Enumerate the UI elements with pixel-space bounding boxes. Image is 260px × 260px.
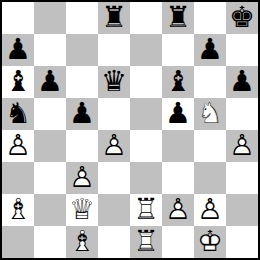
square-a5[interactable]: ♞	[2, 98, 34, 130]
square-c6[interactable]	[66, 66, 98, 98]
piece-white-pawn: ♟♙	[98, 130, 130, 162]
square-g6[interactable]	[194, 66, 226, 98]
square-e3[interactable]	[130, 162, 162, 194]
chess-board: ♜♜♚♟♟♝♟♛♝♟♞♟♟♞♘♟♙♟♙♟♙♟♙♝♗♛♕♜♖♟♙♟♙♝♗♜♖♚♔	[2, 2, 258, 258]
square-g7[interactable]: ♟	[194, 34, 226, 66]
piece-white-knight: ♞♘	[194, 98, 226, 130]
square-f2[interactable]: ♟♙	[162, 194, 194, 226]
piece-white-pawn: ♟♙	[2, 130, 34, 162]
square-h4[interactable]: ♟♙	[226, 130, 258, 162]
square-h6[interactable]: ♟	[226, 66, 258, 98]
piece-white-pawn: ♟♙	[162, 194, 194, 226]
square-e7[interactable]	[130, 34, 162, 66]
piece-white-pawn: ♟♙	[194, 194, 226, 226]
square-c2[interactable]: ♛♕	[66, 194, 98, 226]
square-h8[interactable]: ♚	[226, 2, 258, 34]
square-b1[interactable]	[34, 226, 66, 258]
square-h3[interactable]	[226, 162, 258, 194]
square-b8[interactable]	[34, 2, 66, 34]
black-knight-glyph: ♞	[2, 98, 34, 130]
square-a3[interactable]	[2, 162, 34, 194]
square-d1[interactable]	[98, 226, 130, 258]
square-b6[interactable]: ♟	[34, 66, 66, 98]
black-pawn-glyph: ♟	[226, 66, 258, 98]
square-b3[interactable]	[34, 162, 66, 194]
white-rook-outline: ♖	[130, 194, 162, 226]
piece-black-queen: ♛	[98, 66, 130, 98]
square-d8[interactable]: ♜	[98, 2, 130, 34]
black-pawn-glyph: ♟	[194, 34, 226, 66]
square-g3[interactable]	[194, 162, 226, 194]
square-a4[interactable]: ♟♙	[2, 130, 34, 162]
black-bishop-glyph: ♝	[2, 66, 34, 98]
black-pawn-glyph: ♟	[2, 34, 34, 66]
square-a1[interactable]	[2, 226, 34, 258]
square-h5[interactable]	[226, 98, 258, 130]
square-c1[interactable]: ♝♗	[66, 226, 98, 258]
piece-black-pawn: ♟	[162, 98, 194, 130]
white-pawn-outline: ♙	[2, 130, 34, 162]
square-e8[interactable]	[130, 2, 162, 34]
square-f3[interactable]	[162, 162, 194, 194]
square-b4[interactable]	[34, 130, 66, 162]
square-c7[interactable]	[66, 34, 98, 66]
square-a6[interactable]: ♝	[2, 66, 34, 98]
square-d4[interactable]: ♟♙	[98, 130, 130, 162]
square-d3[interactable]	[98, 162, 130, 194]
piece-white-bishop: ♝♗	[66, 226, 98, 258]
piece-black-pawn: ♟	[2, 34, 34, 66]
square-g4[interactable]	[194, 130, 226, 162]
square-c8[interactable]	[66, 2, 98, 34]
black-pawn-glyph: ♟	[162, 98, 194, 130]
piece-black-bishop: ♝	[2, 66, 34, 98]
piece-black-pawn: ♟	[226, 66, 258, 98]
piece-white-rook: ♜♖	[130, 194, 162, 226]
white-pawn-outline: ♙	[98, 130, 130, 162]
square-h1[interactable]	[226, 226, 258, 258]
piece-white-king: ♚♔	[194, 226, 226, 258]
piece-black-bishop: ♝	[162, 66, 194, 98]
piece-white-queen: ♛♕	[66, 194, 98, 226]
white-bishop-outline: ♗	[2, 194, 34, 226]
white-bishop-outline: ♗	[66, 226, 98, 258]
piece-white-pawn: ♟♙	[66, 162, 98, 194]
square-f1[interactable]	[162, 226, 194, 258]
black-pawn-glyph: ♟	[66, 98, 98, 130]
square-f4[interactable]	[162, 130, 194, 162]
square-b5[interactable]	[34, 98, 66, 130]
square-a2[interactable]: ♝♗	[2, 194, 34, 226]
square-e4[interactable]	[130, 130, 162, 162]
square-g8[interactable]	[194, 2, 226, 34]
square-h7[interactable]	[226, 34, 258, 66]
square-d6[interactable]: ♛	[98, 66, 130, 98]
square-f7[interactable]	[162, 34, 194, 66]
piece-black-pawn: ♟	[34, 66, 66, 98]
square-b7[interactable]	[34, 34, 66, 66]
piece-black-king: ♚	[226, 2, 258, 34]
square-a8[interactable]	[2, 2, 34, 34]
black-queen-glyph: ♛	[98, 66, 130, 98]
black-rook-glyph: ♜	[162, 2, 194, 34]
square-d5[interactable]	[98, 98, 130, 130]
piece-white-pawn: ♟♙	[226, 130, 258, 162]
white-pawn-outline: ♙	[66, 162, 98, 194]
white-pawn-outline: ♙	[226, 130, 258, 162]
square-e5[interactable]	[130, 98, 162, 130]
square-e1[interactable]: ♜♖	[130, 226, 162, 258]
piece-black-pawn: ♟	[66, 98, 98, 130]
square-f8[interactable]: ♜	[162, 2, 194, 34]
chess-board-frame: ♜♜♚♟♟♝♟♛♝♟♞♟♟♞♘♟♙♟♙♟♙♟♙♝♗♛♕♜♖♟♙♟♙♝♗♜♖♚♔	[0, 0, 260, 260]
square-e2[interactable]: ♜♖	[130, 194, 162, 226]
square-c5[interactable]: ♟	[66, 98, 98, 130]
square-a7[interactable]: ♟	[2, 34, 34, 66]
black-rook-glyph: ♜	[98, 2, 130, 34]
square-c4[interactable]	[66, 130, 98, 162]
square-d2[interactable]	[98, 194, 130, 226]
piece-black-rook: ♜	[162, 2, 194, 34]
square-f6[interactable]: ♝	[162, 66, 194, 98]
square-e6[interactable]	[130, 66, 162, 98]
square-g2[interactable]: ♟♙	[194, 194, 226, 226]
square-c3[interactable]: ♟♙	[66, 162, 98, 194]
black-bishop-glyph: ♝	[162, 66, 194, 98]
square-d7[interactable]	[98, 34, 130, 66]
piece-black-knight: ♞	[2, 98, 34, 130]
piece-black-pawn: ♟	[194, 34, 226, 66]
piece-black-rook: ♜	[98, 2, 130, 34]
piece-white-rook: ♜♖	[130, 226, 162, 258]
square-g5[interactable]: ♞♘	[194, 98, 226, 130]
square-f5[interactable]: ♟	[162, 98, 194, 130]
black-king-glyph: ♚	[226, 2, 258, 34]
white-rook-outline: ♖	[130, 226, 162, 258]
white-pawn-outline: ♙	[194, 194, 226, 226]
white-king-outline: ♔	[194, 226, 226, 258]
black-pawn-glyph: ♟	[34, 66, 66, 98]
white-pawn-outline: ♙	[162, 194, 194, 226]
white-knight-outline: ♘	[194, 98, 226, 130]
square-b2[interactable]	[34, 194, 66, 226]
square-g1[interactable]: ♚♔	[194, 226, 226, 258]
white-queen-outline: ♕	[66, 194, 98, 226]
square-h2[interactable]	[226, 194, 258, 226]
piece-white-bishop: ♝♗	[2, 194, 34, 226]
